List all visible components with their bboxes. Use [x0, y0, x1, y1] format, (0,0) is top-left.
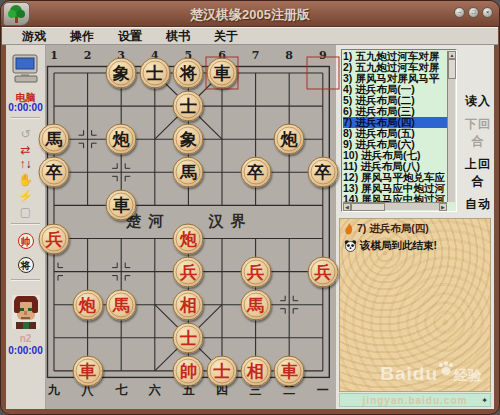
bottom-strip: jingyan.baidu.com ✦	[339, 393, 491, 407]
auto-button[interactable]: 自动	[460, 196, 496, 213]
black-piece-卒[interactable]: 卒	[39, 157, 70, 188]
red-piece-相[interactable]: 相	[173, 289, 204, 320]
red-piece-帥[interactable]: 帥	[173, 355, 204, 386]
red-piece-兵[interactable]: 兵	[240, 256, 271, 287]
computer-clock: 0:00:00	[6, 102, 45, 113]
player-clock: 0:00:00	[6, 345, 45, 356]
file-label-bottom: 七	[115, 382, 127, 399]
black-side-icon[interactable]: 将	[18, 257, 34, 273]
opening-book-list[interactable]: 1) 五九炮过河车对屏2) 五九炮过河车对屏3) 屏风马对屏风马平4) 进兵布局…	[341, 49, 457, 212]
file-label-bottom: 一	[317, 382, 329, 399]
list-horizontal-scrollbar[interactable]: ◀ ▶	[343, 202, 447, 210]
black-piece-馬[interactable]: 馬	[39, 124, 70, 155]
red-piece-馬[interactable]: 馬	[106, 289, 137, 320]
red-side-icon[interactable]: 帅	[18, 233, 34, 249]
panda-icon	[344, 240, 357, 252]
left-sidebar: 电脑 0:00:00 ↺ ⇄ ↑↓ ✋ ⚡ ▢ 帅 将	[6, 45, 46, 409]
last-move-highlight	[306, 57, 339, 90]
baidu-watermark: Baidu 经验	[380, 363, 482, 385]
menu-item-3[interactable]: 设置	[106, 27, 154, 46]
black-piece-象[interactable]: 象	[106, 58, 137, 89]
black-piece-士[interactable]: 士	[173, 91, 204, 122]
menu-item-4[interactable]: 棋书	[154, 27, 202, 46]
title-bar[interactable]: 楚汉棋缘2005注册版 – □ ×	[1, 1, 499, 27]
right-panel: 1) 五九炮过河车对屏2) 五九炮过河车对屏3) 屏风马对屏风马平4) 进兵布局…	[336, 45, 494, 409]
red-piece-兵[interactable]: 兵	[307, 256, 338, 287]
hint-icon[interactable]: ⚡	[6, 189, 45, 203]
black-piece-車[interactable]: 車	[106, 190, 137, 221]
menu-item-5[interactable]: 关于	[202, 27, 250, 46]
black-piece-士[interactable]: 士	[139, 58, 170, 89]
commentary-text: 该棋局到此结束!	[360, 239, 437, 253]
divider	[11, 117, 40, 119]
menu-bar: 游戏操作设置棋书关于	[2, 27, 498, 45]
minimize-button[interactable]: –	[454, 7, 465, 18]
window-title: 楚汉棋缘2005注册版	[1, 6, 499, 24]
black-piece-卒[interactable]: 卒	[240, 157, 271, 188]
red-piece-兵[interactable]: 兵	[173, 256, 204, 287]
scroll-left-icon[interactable]: ◀	[343, 203, 351, 211]
load-button[interactable]: 读入	[460, 93, 496, 110]
watermark-url: jingyan.baidu.com	[363, 395, 468, 406]
scrollbar-thumb[interactable]	[351, 203, 385, 211]
red-piece-兵[interactable]: 兵	[39, 223, 70, 254]
book-list-item-14[interactable]: 14) 屏风马应中炮过河	[343, 194, 447, 202]
page-icon[interactable]: ▢	[6, 205, 45, 219]
svg-text:汉界: 汉界	[207, 212, 252, 229]
red-piece-士[interactable]: 士	[207, 355, 238, 386]
red-piece-車[interactable]: 車	[72, 355, 103, 386]
black-piece-炮[interactable]: 炮	[106, 124, 137, 155]
file-label-top: 7	[252, 49, 260, 62]
flame-icon	[344, 223, 354, 235]
divider	[11, 279, 40, 281]
player-avatar	[12, 295, 40, 329]
file-label-top: 8	[285, 49, 293, 62]
red-piece-相[interactable]: 相	[240, 355, 271, 386]
red-piece-車[interactable]: 車	[274, 355, 305, 386]
commentary-panel: 7) 进兵布局(四) 该棋局到此结束! Baidu	[339, 218, 491, 392]
black-piece-車[interactable]: 車	[207, 58, 238, 89]
black-piece-馬[interactable]: 馬	[173, 157, 204, 188]
computer-icon	[11, 53, 41, 85]
close-button[interactable]: ×	[482, 7, 493, 18]
paw-icon	[438, 361, 454, 376]
player-name: n2	[6, 333, 45, 344]
app-window: 楚汉棋缘2005注册版 – □ × 游戏操作设置棋书关于 电脑 0:00:00 …	[0, 0, 500, 415]
maximize-button[interactable]: □	[468, 7, 479, 18]
black-piece-炮[interactable]: 炮	[274, 124, 305, 155]
menu-item-2[interactable]: 操作	[58, 27, 106, 46]
xiangqi-board[interactable]: 楚河汉界 123456789 九八七六五四三二一 象士将車士馬炮象炮卒馬卒卒車兵…	[46, 45, 336, 409]
file-label-bottom: 九	[48, 382, 60, 399]
list-vertical-scrollbar[interactable]: ▲	[447, 51, 455, 202]
commentary-title: 7) 进兵布局(四)	[357, 222, 429, 236]
black-piece-将[interactable]: 将	[173, 58, 204, 89]
red-piece-馬[interactable]: 馬	[240, 289, 271, 320]
next-round-button[interactable]: 下回合	[460, 116, 496, 150]
scrollbar-thumb[interactable]	[448, 59, 456, 79]
file-label-top: 2	[84, 49, 92, 62]
black-piece-卒[interactable]: 卒	[307, 157, 338, 188]
scroll-up-icon[interactable]: ▲	[448, 51, 456, 59]
divider	[11, 223, 40, 225]
red-piece-炮[interactable]: 炮	[173, 223, 204, 254]
red-piece-士[interactable]: 士	[173, 322, 204, 353]
red-piece-炮[interactable]: 炮	[72, 289, 103, 320]
black-piece-象[interactable]: 象	[173, 124, 204, 155]
grip-icon: ✦	[481, 396, 488, 405]
scroll-right-icon[interactable]: ▶	[439, 203, 447, 211]
file-label-bottom: 六	[149, 382, 161, 399]
menu-item-1[interactable]: 游戏	[10, 27, 58, 46]
prev-round-button[interactable]: 上回合	[460, 156, 496, 190]
file-label-top: 1	[50, 49, 58, 62]
